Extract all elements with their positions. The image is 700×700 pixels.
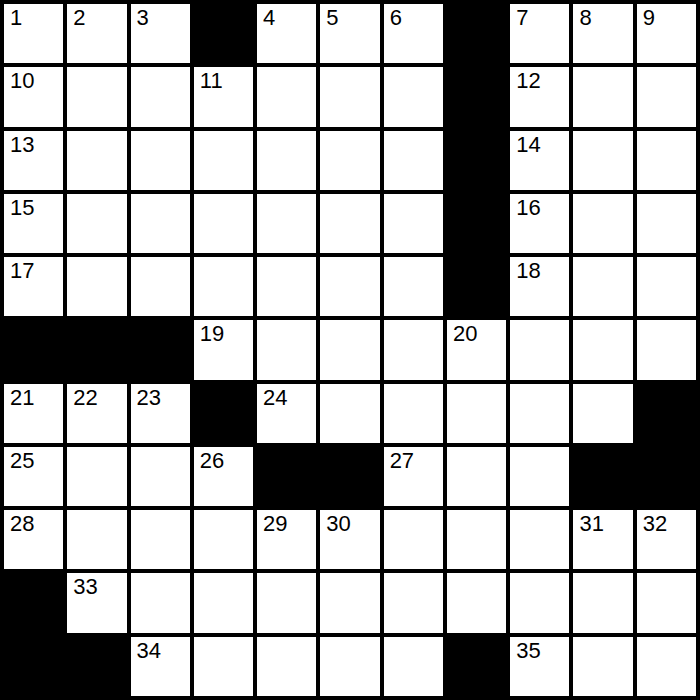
- clue-number-24: 24: [263, 386, 287, 409]
- black-cell-r8c11: [637, 447, 696, 506]
- white-cell-r8c1[interactable]: 25: [4, 447, 63, 506]
- white-cell-r3c1[interactable]: 13: [4, 131, 63, 190]
- white-cell-r10c2[interactable]: 33: [67, 573, 126, 632]
- clue-number-2: 2: [73, 6, 85, 29]
- clue-number-15: 15: [10, 196, 34, 219]
- black-cell-r6c1: [4, 320, 63, 379]
- white-cell-r1c3[interactable]: 3: [131, 4, 190, 63]
- black-cell-r11c2: [67, 637, 126, 696]
- black-cell-r1c4: [194, 4, 253, 63]
- white-cell-r4c4[interactable]: [194, 194, 253, 253]
- black-cell-r6c2: [67, 320, 126, 379]
- white-cell-r4c3[interactable]: [131, 194, 190, 253]
- white-cell-r8c2[interactable]: [67, 447, 126, 506]
- white-cell-r7c7[interactable]: [384, 384, 443, 443]
- white-cell-r6c11[interactable]: [637, 320, 696, 379]
- white-cell-r4c7[interactable]: [384, 194, 443, 253]
- white-cell-r4c10[interactable]: [573, 194, 632, 253]
- white-cell-r6c5[interactable]: [257, 320, 316, 379]
- clue-number-35: 35: [516, 639, 540, 662]
- white-cell-r6c7[interactable]: [384, 320, 443, 379]
- white-cell-r2c6[interactable]: [320, 67, 379, 126]
- white-cell-r4c11[interactable]: [637, 194, 696, 253]
- clue-number-34: 34: [137, 639, 161, 662]
- white-cell-r9c11[interactable]: 32: [637, 510, 696, 569]
- white-cell-r5c9[interactable]: 18: [510, 257, 569, 316]
- white-cell-r10c3[interactable]: [131, 573, 190, 632]
- clue-number-23: 23: [137, 386, 161, 409]
- white-cell-r8c4[interactable]: 26: [194, 447, 253, 506]
- white-cell-r8c3[interactable]: [131, 447, 190, 506]
- white-cell-r5c7[interactable]: [384, 257, 443, 316]
- white-cell-r3c7[interactable]: [384, 131, 443, 190]
- white-cell-r5c3[interactable]: [131, 257, 190, 316]
- clue-number-1: 1: [10, 6, 22, 29]
- clue-number-18: 18: [516, 259, 540, 282]
- white-cell-r2c2[interactable]: [67, 67, 126, 126]
- white-cell-r9c5[interactable]: 29: [257, 510, 316, 569]
- white-cell-r9c7[interactable]: [384, 510, 443, 569]
- white-cell-r11c6[interactable]: [320, 637, 379, 696]
- clue-number-26: 26: [200, 449, 224, 472]
- black-cell-r11c8: [447, 637, 506, 696]
- clue-number-25: 25: [10, 449, 34, 472]
- white-cell-r5c11[interactable]: [637, 257, 696, 316]
- white-cell-r2c4[interactable]: 11: [194, 67, 253, 126]
- clue-number-33: 33: [73, 575, 97, 598]
- clue-number-19: 19: [200, 322, 224, 345]
- clue-number-6: 6: [390, 6, 402, 29]
- white-cell-r4c2[interactable]: [67, 194, 126, 253]
- white-cell-r10c7[interactable]: [384, 573, 443, 632]
- white-cell-r10c10[interactable]: [573, 573, 632, 632]
- clue-number-27: 27: [390, 449, 414, 472]
- white-cell-r3c11[interactable]: [637, 131, 696, 190]
- white-cell-r4c5[interactable]: [257, 194, 316, 253]
- white-cell-r7c3[interactable]: 23: [131, 384, 190, 443]
- black-cell-r10c1: [4, 573, 63, 632]
- white-cell-r3c2[interactable]: [67, 131, 126, 190]
- white-cell-r3c10[interactable]: [573, 131, 632, 190]
- white-cell-r5c2[interactable]: [67, 257, 126, 316]
- black-cell-r11c1: [4, 637, 63, 696]
- white-cell-r3c5[interactable]: [257, 131, 316, 190]
- white-cell-r11c7[interactable]: [384, 637, 443, 696]
- white-cell-r1c2[interactable]: 2: [67, 4, 126, 63]
- white-cell-r2c11[interactable]: [637, 67, 696, 126]
- white-cell-r3c6[interactable]: [320, 131, 379, 190]
- clue-number-28: 28: [10, 512, 34, 535]
- clue-number-13: 13: [10, 133, 34, 156]
- white-cell-r7c10[interactable]: [573, 384, 632, 443]
- white-cell-r8c7[interactable]: 27: [384, 447, 443, 506]
- white-cell-r9c9[interactable]: [510, 510, 569, 569]
- white-cell-r9c8[interactable]: [447, 510, 506, 569]
- black-cell-r8c6: [320, 447, 379, 506]
- white-cell-r2c7[interactable]: [384, 67, 443, 126]
- white-cell-r1c7[interactable]: 6: [384, 4, 443, 63]
- clue-number-10: 10: [10, 69, 34, 92]
- clue-number-11: 11: [200, 69, 223, 92]
- clue-number-29: 29: [263, 512, 287, 535]
- white-cell-r4c6[interactable]: [320, 194, 379, 253]
- clue-number-12: 12: [516, 69, 540, 92]
- crossword-board: 1234567891011121314151617181920212223242…: [0, 0, 700, 700]
- white-cell-r2c5[interactable]: [257, 67, 316, 126]
- white-cell-r11c11[interactable]: [637, 637, 696, 696]
- white-cell-r8c9[interactable]: [510, 447, 569, 506]
- black-cell-r4c8: [447, 194, 506, 253]
- black-cell-r7c11: [637, 384, 696, 443]
- white-cell-r3c9[interactable]: 14: [510, 131, 569, 190]
- white-cell-r9c4[interactable]: [194, 510, 253, 569]
- white-cell-r11c3[interactable]: 34: [131, 637, 190, 696]
- black-cell-r8c10: [573, 447, 632, 506]
- white-cell-r5c6[interactable]: [320, 257, 379, 316]
- clue-number-4: 4: [263, 6, 275, 29]
- black-cell-r8c5: [257, 447, 316, 506]
- white-cell-r8c8[interactable]: [447, 447, 506, 506]
- white-cell-r1c5[interactable]: 4: [257, 4, 316, 63]
- white-cell-r5c5[interactable]: [257, 257, 316, 316]
- white-cell-r9c10[interactable]: 31: [573, 510, 632, 569]
- white-cell-r1c11[interactable]: 9: [637, 4, 696, 63]
- white-cell-r4c1[interactable]: 15: [4, 194, 63, 253]
- black-cell-r1c8: [447, 4, 506, 63]
- white-cell-r3c4[interactable]: [194, 131, 253, 190]
- white-cell-r9c2[interactable]: [67, 510, 126, 569]
- white-cell-r6c8[interactable]: 20: [447, 320, 506, 379]
- clue-number-7: 7: [516, 6, 528, 29]
- white-cell-r7c9[interactable]: [510, 384, 569, 443]
- white-cell-r11c4[interactable]: [194, 637, 253, 696]
- white-cell-r9c3[interactable]: [131, 510, 190, 569]
- white-cell-r2c3[interactable]: [131, 67, 190, 126]
- clue-number-32: 32: [643, 512, 667, 535]
- white-cell-r6c6[interactable]: [320, 320, 379, 379]
- white-cell-r1c1[interactable]: 1: [4, 4, 63, 63]
- clue-number-22: 22: [73, 386, 97, 409]
- clue-number-9: 9: [643, 6, 655, 29]
- clue-number-30: 30: [326, 512, 350, 535]
- clue-number-16: 16: [516, 196, 540, 219]
- white-cell-r5c1[interactable]: 17: [4, 257, 63, 316]
- white-cell-r10c9[interactable]: [510, 573, 569, 632]
- clue-number-14: 14: [516, 133, 540, 156]
- clue-number-17: 17: [10, 259, 34, 282]
- black-cell-r3c8: [447, 131, 506, 190]
- clue-number-21: 21: [10, 386, 34, 409]
- white-cell-r7c6[interactable]: [320, 384, 379, 443]
- white-cell-r11c5[interactable]: [257, 637, 316, 696]
- white-cell-r6c10[interactable]: [573, 320, 632, 379]
- white-cell-r10c6[interactable]: [320, 573, 379, 632]
- white-cell-r10c11[interactable]: [637, 573, 696, 632]
- white-cell-r2c10[interactable]: [573, 67, 632, 126]
- white-cell-r2c9[interactable]: 12: [510, 67, 569, 126]
- clue-number-3: 3: [137, 6, 149, 29]
- white-cell-r1c9[interactable]: 7: [510, 4, 569, 63]
- clue-number-5: 5: [326, 6, 338, 29]
- black-cell-r2c8: [447, 67, 506, 126]
- white-cell-r9c6[interactable]: 30: [320, 510, 379, 569]
- clue-number-20: 20: [453, 322, 477, 345]
- white-cell-r10c4[interactable]: [194, 573, 253, 632]
- white-cell-r5c10[interactable]: [573, 257, 632, 316]
- white-cell-r7c1[interactable]: 21: [4, 384, 63, 443]
- white-cell-r1c6[interactable]: 5: [320, 4, 379, 63]
- white-cell-r4c9[interactable]: 16: [510, 194, 569, 253]
- white-cell-r6c9[interactable]: [510, 320, 569, 379]
- white-cell-r7c5[interactable]: 24: [257, 384, 316, 443]
- white-cell-r11c9[interactable]: 35: [510, 637, 569, 696]
- clue-number-31: 31: [579, 512, 603, 535]
- black-cell-r7c4: [194, 384, 253, 443]
- white-cell-r10c8[interactable]: [447, 573, 506, 632]
- white-cell-r6c4[interactable]: 19: [194, 320, 253, 379]
- black-cell-r5c8: [447, 257, 506, 316]
- white-cell-r1c10[interactable]: 8: [573, 4, 632, 63]
- white-cell-r9c1[interactable]: 28: [4, 510, 63, 569]
- white-cell-r7c8[interactable]: [447, 384, 506, 443]
- white-cell-r10c5[interactable]: [257, 573, 316, 632]
- white-cell-r11c10[interactable]: [573, 637, 632, 696]
- white-cell-r5c4[interactable]: [194, 257, 253, 316]
- white-cell-r3c3[interactable]: [131, 131, 190, 190]
- clue-number-8: 8: [579, 6, 591, 29]
- white-cell-r7c2[interactable]: 22: [67, 384, 126, 443]
- black-cell-r6c3: [131, 320, 190, 379]
- white-cell-r2c1[interactable]: 10: [4, 67, 63, 126]
